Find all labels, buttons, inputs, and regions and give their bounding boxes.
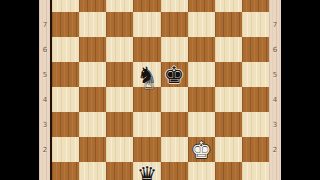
square-a7[interactable] (52, 12, 79, 37)
square-a2[interactable] (52, 137, 79, 162)
square-h1[interactable] (242, 162, 269, 180)
rank-label-left-7: 7 (39, 21, 51, 29)
pillarbox-left (0, 0, 39, 180)
chess-board-screenshot: ♞♚♚♛ 776655443322 ☝ (0, 0, 320, 180)
square-d6[interactable] (133, 37, 160, 62)
square-g1[interactable] (215, 162, 242, 180)
rank-label-right-3: 3 (269, 121, 281, 129)
square-f2[interactable]: ♚ (188, 137, 215, 162)
pillarbox-right (281, 0, 320, 180)
square-f8[interactable] (188, 0, 215, 12)
square-h6[interactable] (242, 37, 269, 62)
square-b3[interactable] (79, 112, 106, 137)
chess-board[interactable]: ♞♚♚♛ (52, 0, 269, 180)
hand-cursor-icon: ☝ (144, 74, 154, 93)
square-d1[interactable]: ♛ (133, 162, 160, 180)
square-a5[interactable] (52, 62, 79, 87)
square-h4[interactable] (242, 87, 269, 112)
square-d3[interactable] (133, 112, 160, 137)
square-b5[interactable] (79, 62, 106, 87)
square-h8[interactable] (242, 0, 269, 12)
square-e5[interactable]: ♚ (161, 62, 188, 87)
rank-label-left-6: 6 (39, 46, 51, 54)
square-f5[interactable] (188, 62, 215, 87)
square-f3[interactable] (188, 112, 215, 137)
square-f6[interactable] (188, 37, 215, 62)
square-d8[interactable] (133, 0, 160, 12)
square-a1[interactable] (52, 162, 79, 180)
square-c8[interactable] (106, 0, 133, 12)
black-queen-d1[interactable]: ♛ (133, 162, 160, 180)
square-c2[interactable] (106, 137, 133, 162)
square-g7[interactable] (215, 12, 242, 37)
square-h3[interactable] (242, 112, 269, 137)
square-g3[interactable] (215, 112, 242, 137)
rank-label-left-4: 4 (39, 96, 51, 104)
white-king-f2[interactable]: ♚ (188, 137, 215, 162)
square-g4[interactable] (215, 87, 242, 112)
square-b4[interactable] (79, 87, 106, 112)
square-b8[interactable] (79, 0, 106, 12)
square-c5[interactable] (106, 62, 133, 87)
rank-label-left-3: 3 (39, 121, 51, 129)
square-g8[interactable] (215, 0, 242, 12)
square-a6[interactable] (52, 37, 79, 62)
black-king-e5[interactable]: ♚ (161, 62, 188, 87)
square-c6[interactable] (106, 37, 133, 62)
square-e3[interactable] (161, 112, 188, 137)
square-b1[interactable] (79, 162, 106, 180)
rank-label-right-2: 2 (269, 146, 281, 154)
square-a3[interactable] (52, 112, 79, 137)
square-g5[interactable] (215, 62, 242, 87)
square-e6[interactable] (161, 37, 188, 62)
rank-label-right-7: 7 (269, 21, 281, 29)
square-b2[interactable] (79, 137, 106, 162)
square-a8[interactable] (52, 0, 79, 12)
square-d2[interactable] (133, 137, 160, 162)
square-g6[interactable] (215, 37, 242, 62)
square-b7[interactable] (79, 12, 106, 37)
square-e7[interactable] (161, 12, 188, 37)
square-e2[interactable] (161, 137, 188, 162)
square-c4[interactable] (106, 87, 133, 112)
square-f4[interactable] (188, 87, 215, 112)
square-c7[interactable] (106, 12, 133, 37)
square-h5[interactable] (242, 62, 269, 87)
square-c3[interactable] (106, 112, 133, 137)
square-e8[interactable] (161, 0, 188, 12)
square-h7[interactable] (242, 12, 269, 37)
square-h2[interactable] (242, 137, 269, 162)
rank-label-left-5: 5 (39, 71, 51, 79)
square-g2[interactable] (215, 137, 242, 162)
rank-label-right-6: 6 (269, 46, 281, 54)
square-c1[interactable] (106, 162, 133, 180)
square-b6[interactable] (79, 37, 106, 62)
square-a4[interactable] (52, 87, 79, 112)
square-f1[interactable] (188, 162, 215, 180)
rank-label-right-5: 5 (269, 71, 281, 79)
rank-label-left-2: 2 (39, 146, 51, 154)
square-d7[interactable] (133, 12, 160, 37)
square-e4[interactable] (161, 87, 188, 112)
rank-label-right-4: 4 (269, 96, 281, 104)
square-f7[interactable] (188, 12, 215, 37)
square-e1[interactable] (161, 162, 188, 180)
